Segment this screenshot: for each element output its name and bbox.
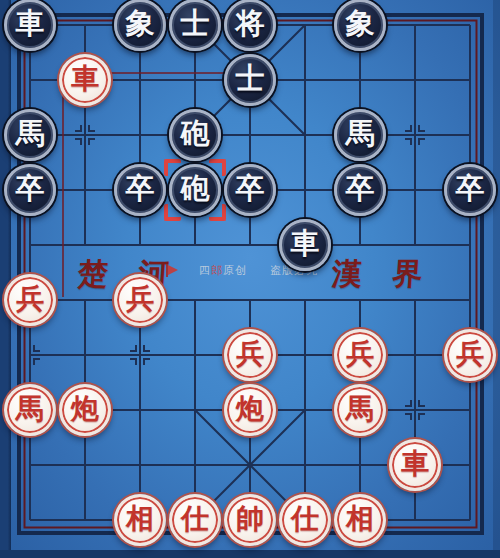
piece-glyph: 仕	[181, 500, 209, 538]
piece-red-horse[interactable]: 馬	[4, 384, 56, 436]
piece-red-elephant[interactable]: 相	[114, 494, 166, 546]
piece-black-general[interactable]: 将	[224, 0, 276, 51]
piece-black-horse[interactable]: 馬	[334, 109, 386, 161]
river-label-han-jie: 漢 界	[331, 254, 434, 295]
piece-black-soldier[interactable]: 卒	[114, 164, 166, 216]
piece-glyph: 卒	[126, 169, 155, 209]
piece-glyph: 車	[401, 445, 429, 483]
piece-glyph: 馬	[16, 114, 45, 154]
xiangqi-app-screen: 楚 河 漢 界 四郎原创 盗版必究 車象士将象士車馬砲馬卒卒砲卒卒卒車兵兵兵兵兵…	[0, 0, 500, 558]
piece-glyph: 車	[291, 224, 320, 264]
piece-glyph: 兵	[456, 335, 484, 373]
piece-glyph: 象	[126, 4, 155, 44]
piece-black-soldier[interactable]: 卒	[444, 164, 496, 216]
piece-red-cannon[interactable]: 炮	[59, 384, 111, 436]
piece-red-horse[interactable]: 馬	[334, 384, 386, 436]
watermark-brand: 四郎原创	[199, 263, 247, 278]
piece-glyph: 馬	[346, 390, 374, 428]
piece-black-soldier[interactable]: 卒	[334, 164, 386, 216]
piece-glyph: 馬	[16, 390, 44, 428]
piece-red-soldier[interactable]: 兵	[4, 274, 56, 326]
piece-red-soldier[interactable]: 兵	[334, 329, 386, 381]
piece-red-chariot[interactable]: 車	[389, 439, 441, 491]
piece-red-chariot[interactable]: 車	[59, 54, 111, 106]
piece-glyph: 帥	[236, 500, 264, 538]
piece-glyph: 砲	[181, 114, 210, 154]
piece-black-advisor[interactable]: 士	[169, 0, 221, 51]
piece-glyph: 将	[236, 4, 265, 44]
piece-glyph: 相	[126, 500, 154, 538]
piece-glyph: 馬	[346, 114, 375, 154]
piece-black-soldier[interactable]: 卒	[224, 164, 276, 216]
piece-glyph: 卒	[16, 169, 45, 209]
piece-glyph: 卒	[346, 169, 375, 209]
piece-glyph: 象	[346, 4, 375, 44]
piece-glyph: 士	[236, 59, 265, 99]
piece-glyph: 仕	[291, 500, 319, 538]
piece-glyph: 車	[16, 4, 45, 44]
piece-glyph: 相	[346, 500, 374, 538]
piece-red-advisor[interactable]: 仕	[169, 494, 221, 546]
piece-black-chariot[interactable]: 車	[279, 219, 331, 271]
piece-black-horse[interactable]: 馬	[4, 109, 56, 161]
piece-black-chariot[interactable]: 車	[4, 0, 56, 51]
piece-glyph: 車	[71, 60, 99, 98]
red-flag-icon	[166, 264, 178, 278]
piece-black-cannon[interactable]: 砲	[169, 164, 221, 216]
piece-black-elephant[interactable]: 象	[334, 0, 386, 51]
piece-red-soldier[interactable]: 兵	[224, 329, 276, 381]
piece-glyph: 兵	[16, 280, 44, 318]
piece-glyph: 炮	[71, 390, 99, 428]
piece-glyph: 兵	[346, 335, 374, 373]
piece-black-soldier[interactable]: 卒	[4, 164, 56, 216]
piece-glyph: 卒	[456, 169, 485, 209]
piece-red-cannon[interactable]: 炮	[224, 384, 276, 436]
piece-glyph: 兵	[126, 280, 154, 318]
piece-glyph: 炮	[236, 390, 264, 428]
piece-red-elephant[interactable]: 相	[334, 494, 386, 546]
piece-red-soldier[interactable]: 兵	[114, 274, 166, 326]
piece-red-general[interactable]: 帥	[224, 494, 276, 546]
piece-red-advisor[interactable]: 仕	[279, 494, 331, 546]
piece-glyph: 士	[181, 4, 210, 44]
piece-black-cannon[interactable]: 砲	[169, 109, 221, 161]
piece-black-elephant[interactable]: 象	[114, 0, 166, 51]
piece-glyph: 砲	[181, 169, 210, 209]
piece-glyph: 兵	[236, 335, 264, 373]
piece-glyph: 卒	[236, 169, 265, 209]
piece-black-advisor[interactable]: 士	[224, 54, 276, 106]
piece-red-soldier[interactable]: 兵	[444, 329, 496, 381]
